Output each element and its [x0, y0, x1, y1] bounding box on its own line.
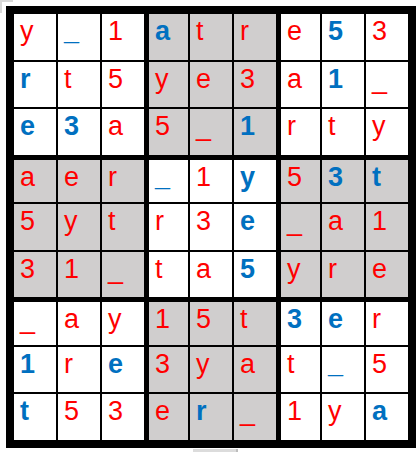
cell-r9c5[interactable]: r — [190, 394, 232, 440]
cell-r2c1[interactable]: r — [14, 62, 56, 108]
cell-r8c9[interactable]: 5 — [366, 347, 408, 393]
cell-r2c8[interactable]: 1 — [322, 62, 364, 108]
cell-r8c6[interactable]: a — [234, 347, 276, 393]
cell-glyph: 3 — [196, 206, 211, 236]
cell-r3c6[interactable]: 1 — [234, 109, 276, 155]
cell-glyph: e — [328, 304, 343, 334]
cell-r8c4[interactable]: 3 — [146, 347, 188, 393]
cell-r8c7[interactable]: t — [278, 347, 320, 393]
cell-r9c6[interactable]: _ — [234, 394, 276, 440]
cell-r7c9[interactable]: r — [366, 299, 408, 345]
cell-r2c7[interactable]: a — [278, 62, 320, 108]
cell-r4c2[interactable]: e — [58, 157, 100, 203]
cell-glyph: 3 — [287, 304, 302, 334]
cell-glyph: y — [20, 16, 34, 46]
cell-r4c4[interactable]: _ — [146, 157, 188, 203]
cell-glyph: y — [108, 304, 122, 334]
cell-glyph: _ — [372, 64, 387, 94]
cell-r4c8[interactable]: 3 — [322, 157, 364, 203]
cell-glyph: 1 — [64, 254, 79, 284]
cell-r2c4[interactable]: y — [146, 62, 188, 108]
cell-glyph: 1 — [240, 111, 255, 141]
cell-r1c8[interactable]: 5 — [322, 14, 364, 60]
cell-glyph: e — [240, 206, 255, 236]
cell-r7c5[interactable]: 5 — [190, 299, 232, 345]
cell-r1c1[interactable]: y — [14, 14, 56, 60]
cell-glyph: y — [328, 396, 342, 426]
cell-glyph: a — [372, 396, 387, 426]
cell-glyph: 3 — [64, 111, 79, 141]
cell-r1c5[interactable]: t — [190, 14, 232, 60]
cell-r1c4[interactable]: a — [146, 14, 188, 60]
cell-glyph: 5 — [328, 16, 343, 46]
cell-r2c2[interactable]: t — [58, 62, 100, 108]
cell-r8c1[interactable]: 1 — [14, 347, 56, 393]
cell-r6c1[interactable]: 3 — [14, 252, 56, 298]
cell-r8c8[interactable]: _ — [322, 347, 364, 393]
cell-glyph: r — [20, 64, 31, 94]
cell-glyph: _ — [196, 111, 211, 141]
cell-glyph: 3 — [20, 254, 35, 284]
cell-glyph: _ — [20, 304, 35, 334]
cell-glyph: 3 — [155, 349, 170, 379]
cell-glyph: t — [196, 16, 204, 46]
cell-r7c7[interactable]: 3 — [278, 299, 320, 345]
cell-r7c2[interactable]: a — [58, 299, 100, 345]
cell-r9c9[interactable]: a — [366, 394, 408, 440]
cell-glyph: 1 — [196, 162, 211, 192]
cell-glyph: 3 — [108, 396, 123, 426]
bottom-edge-artifact — [193, 449, 238, 452]
cell-glyph: t — [64, 64, 72, 94]
cell-glyph: r — [240, 16, 249, 46]
cell-r1c3[interactable]: 1 — [102, 14, 144, 60]
cell-glyph: 5 — [287, 162, 302, 192]
cell-glyph: y — [240, 162, 255, 192]
cell-r2c6[interactable]: 3 — [234, 62, 276, 108]
cell-r4c7[interactable]: 5 — [278, 157, 320, 203]
cell-glyph: 5 — [108, 64, 123, 94]
cell-r4c9[interactable]: t — [366, 157, 408, 203]
cell-glyph: y — [155, 64, 169, 94]
cell-r9c2[interactable]: 5 — [58, 394, 100, 440]
cell-r1c2[interactable]: _ — [58, 14, 100, 60]
cell-glyph: y — [196, 349, 210, 379]
cell-r6c7[interactable]: y — [278, 252, 320, 298]
cell-r8c3[interactable]: e — [102, 347, 144, 393]
cell-r3c9[interactable]: y — [366, 109, 408, 155]
cell-r5c4[interactable]: r — [146, 204, 188, 250]
cell-r6c4[interactable]: t — [146, 252, 188, 298]
cell-r9c3[interactable]: 3 — [102, 394, 144, 440]
cell-r9c1[interactable]: t — [14, 394, 56, 440]
cell-r4c6[interactable]: y — [234, 157, 276, 203]
cell-glyph: t — [328, 111, 336, 141]
cell-glyph: e — [20, 111, 35, 141]
cell-r5c5[interactable]: 3 — [190, 204, 232, 250]
cell-r5c2[interactable]: y — [58, 204, 100, 250]
cell-r3c7[interactable]: r — [278, 109, 320, 155]
cell-glyph: y — [64, 206, 78, 236]
cell-glyph: r — [287, 111, 296, 141]
cell-glyph: 1 — [372, 206, 387, 236]
cell-r7c3[interactable]: y — [102, 299, 144, 345]
cell-glyph: e — [196, 64, 211, 94]
cell-glyph: r — [196, 396, 207, 426]
cell-glyph: 3 — [372, 16, 387, 46]
cell-r6c6[interactable]: 5 — [234, 252, 276, 298]
cell-glyph: 3 — [328, 162, 343, 192]
cell-r6c2[interactable]: 1 — [58, 252, 100, 298]
cell-r7c6[interactable]: t — [234, 299, 276, 345]
cell-r5c6[interactable]: e — [234, 204, 276, 250]
cell-r3c8[interactable]: t — [322, 109, 364, 155]
cell-glyph: 1 — [155, 304, 170, 334]
cell-glyph: r — [155, 206, 164, 236]
cell-r9c8[interactable]: y — [322, 394, 364, 440]
cell-glyph: e — [287, 16, 302, 46]
cell-r1c9[interactable]: 3 — [366, 14, 408, 60]
cell-r8c2[interactable]: r — [58, 347, 100, 393]
cell-glyph: _ — [240, 396, 255, 426]
cell-r1c6[interactable]: r — [234, 14, 276, 60]
cell-glyph: _ — [328, 349, 343, 379]
cell-glyph: 5 — [20, 206, 35, 236]
cell-glyph: 3 — [240, 64, 255, 94]
cell-glyph: e — [108, 349, 123, 379]
cell-glyph: 5 — [64, 396, 79, 426]
cell-glyph: a — [20, 162, 35, 192]
cell-glyph: r — [64, 349, 73, 379]
cell-r7c8[interactable]: e — [322, 299, 364, 345]
cell-r2c5[interactable]: e — [190, 62, 232, 108]
cell-glyph: _ — [155, 162, 170, 192]
sudoku-board: y_1atre53rt5ye3a1_e3a5_1rtyaer_1y53t5ytr… — [6, 6, 416, 448]
cell-r9c4[interactable]: e — [146, 394, 188, 440]
cell-glyph: a — [240, 349, 255, 379]
cell-r3c5[interactable]: _ — [190, 109, 232, 155]
cell-glyph: a — [328, 206, 343, 236]
cell-glyph: _ — [108, 254, 123, 284]
cell-glyph: 1 — [20, 349, 35, 379]
cell-r5c7[interactable]: _ — [278, 204, 320, 250]
cell-glyph: t — [108, 206, 116, 236]
cell-glyph: 1 — [328, 64, 343, 94]
cell-r5c8[interactable]: a — [322, 204, 364, 250]
cell-glyph: 5 — [372, 349, 387, 379]
cell-glyph: _ — [64, 16, 79, 46]
cell-glyph: t — [155, 254, 163, 284]
page-canvas: y_1atre53rt5ye3a1_e3a5_1rtyaer_1y53t5ytr… — [0, 0, 416, 453]
cell-glyph: 5 — [240, 254, 255, 284]
corner-artifact-icon — [0, 0, 2, 13]
cell-glyph: t — [287, 349, 295, 379]
cell-r6c3[interactable]: _ — [102, 252, 144, 298]
cell-glyph: e — [155, 396, 170, 426]
cell-r6c8[interactable]: r — [322, 252, 364, 298]
cell-glyph: e — [372, 254, 387, 284]
cell-r3c2[interactable]: 3 — [58, 109, 100, 155]
cell-glyph: 5 — [155, 111, 170, 141]
cell-glyph: y — [372, 111, 386, 141]
cell-glyph: y — [287, 254, 301, 284]
cell-r6c5[interactable]: a — [190, 252, 232, 298]
cell-r5c1[interactable]: 5 — [14, 204, 56, 250]
cell-r4c3[interactable]: r — [102, 157, 144, 203]
cell-glyph: r — [372, 304, 381, 334]
cell-r7c4[interactable]: 1 — [146, 299, 188, 345]
cell-r2c9[interactable]: _ — [366, 62, 408, 108]
cell-r5c3[interactable]: t — [102, 204, 144, 250]
cell-r3c1[interactable]: e — [14, 109, 56, 155]
cell-glyph: t — [20, 396, 29, 426]
cell-r3c3[interactable]: a — [102, 109, 144, 155]
cell-glyph: 5 — [196, 304, 211, 334]
cell-glyph: a — [287, 64, 302, 94]
cell-r7c1[interactable]: _ — [14, 299, 56, 345]
cell-r4c5[interactable]: 1 — [190, 157, 232, 203]
cell-glyph: t — [372, 162, 381, 192]
cell-glyph: a — [64, 304, 79, 334]
cell-glyph: a — [108, 111, 123, 141]
cell-r1c7[interactable]: e — [278, 14, 320, 60]
cell-r4c1[interactable]: a — [14, 157, 56, 203]
cell-glyph: 1 — [287, 396, 302, 426]
cell-glyph: _ — [287, 206, 302, 236]
cell-glyph: a — [196, 254, 211, 284]
cell-r8c5[interactable]: y — [190, 347, 232, 393]
cell-glyph: t — [240, 304, 248, 334]
cell-r2c3[interactable]: 5 — [102, 62, 144, 108]
cell-r9c7[interactable]: 1 — [278, 394, 320, 440]
cell-r5c9[interactable]: 1 — [366, 204, 408, 250]
cell-glyph: r — [108, 162, 117, 192]
cell-glyph: e — [64, 162, 79, 192]
cell-glyph: r — [328, 254, 337, 284]
cell-r6c9[interactable]: e — [366, 252, 408, 298]
cell-glyph: a — [155, 16, 170, 46]
cell-r3c4[interactable]: 5 — [146, 109, 188, 155]
cell-glyph: 1 — [108, 16, 123, 46]
